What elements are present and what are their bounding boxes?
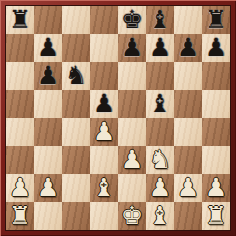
square-g6[interactable] <box>174 62 202 90</box>
square-a3[interactable] <box>6 146 34 174</box>
square-c7[interactable] <box>62 34 90 62</box>
black-pawn-e7[interactable]: ♟ <box>118 34 146 62</box>
white-rook-h1[interactable]: ♜ <box>202 202 230 230</box>
square-d7[interactable] <box>90 34 118 62</box>
white-pawn-g2[interactable]: ♟ <box>174 174 202 202</box>
square-e4[interactable] <box>118 118 146 146</box>
square-h7[interactable]: ♟ <box>202 34 230 62</box>
square-f2[interactable]: ♟ <box>146 174 174 202</box>
square-a5[interactable] <box>6 90 34 118</box>
square-c3[interactable] <box>62 146 90 174</box>
square-d5[interactable]: ♟ <box>90 90 118 118</box>
chess-board-frame: ♜♚♝♜♟♟♟♟♟♟♞♟♝♟♟♞♟♟♝♟♟♟♜♚♝♜ <box>0 0 236 236</box>
square-h1[interactable]: ♜ <box>202 202 230 230</box>
black-bishop-f5[interactable]: ♝ <box>146 90 174 118</box>
square-a4[interactable] <box>6 118 34 146</box>
white-pawn-f2[interactable]: ♟ <box>146 174 174 202</box>
square-d1[interactable] <box>90 202 118 230</box>
white-king-e1[interactable]: ♚ <box>118 202 146 230</box>
black-bishop-f8[interactable]: ♝ <box>146 6 174 34</box>
black-pawn-f7[interactable]: ♟ <box>146 34 174 62</box>
square-b1[interactable] <box>34 202 62 230</box>
white-knight-f3[interactable]: ♞ <box>146 146 174 174</box>
square-c2[interactable] <box>62 174 90 202</box>
square-e2[interactable] <box>118 174 146 202</box>
square-b7[interactable]: ♟ <box>34 34 62 62</box>
black-pawn-d5[interactable]: ♟ <box>90 90 118 118</box>
black-king-e8[interactable]: ♚ <box>118 6 146 34</box>
square-g3[interactable] <box>174 146 202 174</box>
square-g7[interactable]: ♟ <box>174 34 202 62</box>
square-c5[interactable] <box>62 90 90 118</box>
white-pawn-a2[interactable]: ♟ <box>6 174 34 202</box>
square-a7[interactable] <box>6 34 34 62</box>
square-d2[interactable]: ♝ <box>90 174 118 202</box>
square-f3[interactable]: ♞ <box>146 146 174 174</box>
square-a2[interactable]: ♟ <box>6 174 34 202</box>
white-pawn-e3[interactable]: ♟ <box>118 146 146 174</box>
square-e1[interactable]: ♚ <box>118 202 146 230</box>
square-g8[interactable] <box>174 6 202 34</box>
white-bishop-f1[interactable]: ♝ <box>146 202 174 230</box>
square-d8[interactable] <box>90 6 118 34</box>
square-d4[interactable]: ♟ <box>90 118 118 146</box>
black-rook-h8[interactable]: ♜ <box>202 6 230 34</box>
square-g5[interactable] <box>174 90 202 118</box>
square-b3[interactable] <box>34 146 62 174</box>
white-pawn-d4[interactable]: ♟ <box>90 118 118 146</box>
square-h3[interactable] <box>202 146 230 174</box>
square-a1[interactable]: ♜ <box>6 202 34 230</box>
square-d3[interactable] <box>90 146 118 174</box>
square-b2[interactable]: ♟ <box>34 174 62 202</box>
white-bishop-d2[interactable]: ♝ <box>90 174 118 202</box>
black-rook-a8[interactable]: ♜ <box>6 6 34 34</box>
square-f1[interactable]: ♝ <box>146 202 174 230</box>
square-c8[interactable] <box>62 6 90 34</box>
square-a8[interactable]: ♜ <box>6 6 34 34</box>
square-f4[interactable] <box>146 118 174 146</box>
square-d6[interactable] <box>90 62 118 90</box>
square-h5[interactable] <box>202 90 230 118</box>
black-pawn-b6[interactable]: ♟ <box>34 62 62 90</box>
square-f6[interactable] <box>146 62 174 90</box>
black-pawn-b7[interactable]: ♟ <box>34 34 62 62</box>
square-h6[interactable] <box>202 62 230 90</box>
square-f7[interactable]: ♟ <box>146 34 174 62</box>
square-h4[interactable] <box>202 118 230 146</box>
square-a6[interactable] <box>6 62 34 90</box>
black-pawn-g7[interactable]: ♟ <box>174 34 202 62</box>
black-knight-c6[interactable]: ♞ <box>62 62 90 90</box>
black-pawn-h7[interactable]: ♟ <box>202 34 230 62</box>
square-f5[interactable]: ♝ <box>146 90 174 118</box>
square-c1[interactable] <box>62 202 90 230</box>
square-b4[interactable] <box>34 118 62 146</box>
square-h2[interactable]: ♟ <box>202 174 230 202</box>
square-e3[interactable]: ♟ <box>118 146 146 174</box>
chess-board: ♜♚♝♜♟♟♟♟♟♟♞♟♝♟♟♞♟♟♝♟♟♟♜♚♝♜ <box>6 6 230 230</box>
white-pawn-h2[interactable]: ♟ <box>202 174 230 202</box>
white-pawn-b2[interactable]: ♟ <box>34 174 62 202</box>
square-g1[interactable] <box>174 202 202 230</box>
square-b8[interactable] <box>34 6 62 34</box>
square-c6[interactable]: ♞ <box>62 62 90 90</box>
square-c4[interactable] <box>62 118 90 146</box>
square-e6[interactable] <box>118 62 146 90</box>
square-g4[interactable] <box>174 118 202 146</box>
square-b6[interactable]: ♟ <box>34 62 62 90</box>
square-f8[interactable]: ♝ <box>146 6 174 34</box>
white-rook-a1[interactable]: ♜ <box>6 202 34 230</box>
square-e7[interactable]: ♟ <box>118 34 146 62</box>
square-e5[interactable] <box>118 90 146 118</box>
square-e8[interactable]: ♚ <box>118 6 146 34</box>
square-h8[interactable]: ♜ <box>202 6 230 34</box>
square-g2[interactable]: ♟ <box>174 174 202 202</box>
square-b5[interactable] <box>34 90 62 118</box>
